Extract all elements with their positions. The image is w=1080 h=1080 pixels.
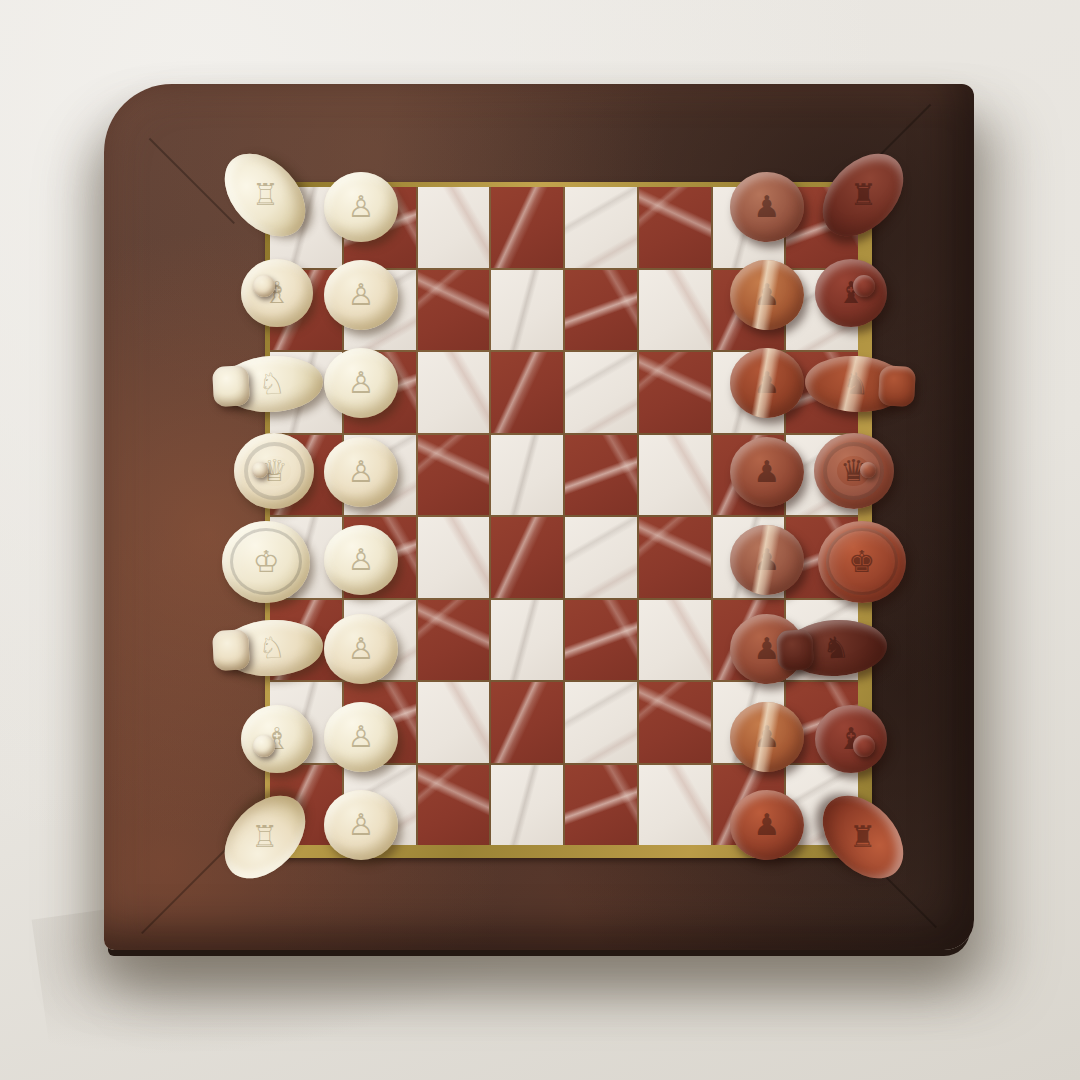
queen-top-knob — [252, 462, 268, 478]
piece-white-queen-d1[interactable]: ♕ — [234, 433, 314, 509]
piece-glyph: ♖ — [251, 822, 278, 852]
bishop-top-knob — [253, 735, 275, 757]
piece-white-pawn-d2[interactable]: ♙ — [324, 437, 398, 507]
piece-glyph: ♙ — [348, 722, 375, 752]
piece-glyph: ♘ — [258, 632, 286, 663]
square-d4[interactable] — [491, 435, 563, 516]
square-h5[interactable] — [565, 765, 637, 846]
square-d3[interactable] — [418, 435, 490, 516]
piece-white-king-e1[interactable]: ♔ — [222, 521, 310, 603]
piece-white-pawn-g2[interactable]: ♙ — [324, 702, 398, 772]
square-f5[interactable] — [565, 600, 637, 681]
piece-red-pawn-a7[interactable]: ♟ — [730, 172, 804, 242]
piece-glyph: ♜ — [850, 822, 877, 852]
piece-glyph: ♟ — [754, 192, 781, 222]
piece-white-bishop-b1[interactable]: ♗ — [241, 259, 313, 327]
knight-head — [877, 366, 915, 408]
square-b3[interactable] — [418, 270, 490, 351]
piece-white-pawn-a2[interactable]: ♙ — [324, 172, 398, 242]
piece-glyph: ♟ — [754, 457, 781, 487]
piece-glyph: ♘ — [258, 369, 286, 400]
square-c5[interactable] — [565, 352, 637, 433]
square-b6[interactable] — [639, 270, 711, 351]
piece-glyph: ♙ — [348, 192, 375, 222]
piece-glyph: ♟ — [754, 545, 781, 575]
piece-glyph: ♖ — [251, 180, 278, 210]
square-e5[interactable] — [565, 517, 637, 598]
piece-glyph: ♙ — [348, 368, 375, 398]
square-a5[interactable] — [565, 187, 637, 268]
piece-glyph: ♟ — [754, 722, 781, 752]
piece-glyph: ♟ — [754, 368, 781, 398]
piece-glyph: ♔ — [253, 547, 280, 577]
piece-red-pawn-c7[interactable]: ♟ — [730, 348, 804, 418]
piece-red-pawn-h7[interactable]: ♟ — [730, 790, 804, 860]
queen-top-knob — [860, 462, 876, 478]
square-e4[interactable] — [491, 517, 563, 598]
knight-head — [212, 629, 250, 671]
square-d5[interactable] — [565, 435, 637, 516]
piece-red-pawn-b7[interactable]: ♟ — [730, 260, 804, 330]
square-b5[interactable] — [565, 270, 637, 351]
piece-glyph: ♚ — [848, 547, 875, 577]
square-e3[interactable] — [418, 517, 490, 598]
bishop-top-knob — [253, 275, 275, 297]
piece-glyph: ♙ — [348, 634, 375, 664]
piece-white-pawn-e2[interactable]: ♙ — [324, 525, 398, 595]
piece-red-queen-d8[interactable]: ♛ — [814, 433, 894, 509]
bishop-top-knob — [853, 735, 875, 757]
square-g5[interactable] — [565, 682, 637, 763]
piece-red-pawn-e7[interactable]: ♟ — [730, 525, 804, 595]
square-h3[interactable] — [418, 765, 490, 846]
piece-white-pawn-b2[interactable]: ♙ — [324, 260, 398, 330]
square-g6[interactable] — [639, 682, 711, 763]
square-e6[interactable] — [639, 517, 711, 598]
piece-glyph: ♙ — [348, 810, 375, 840]
piece-red-pawn-g7[interactable]: ♟ — [730, 702, 804, 772]
chess-board: ♖♗♘♕♔♘♗♖♙♙♙♙♙♙♙♙♟♟♟♟♟♟♟♟♜♝♞♛♚♞♝♜ — [104, 84, 974, 950]
piece-glyph: ♞ — [821, 632, 849, 663]
knight-head — [212, 366, 250, 408]
square-a4[interactable] — [491, 187, 563, 268]
square-f3[interactable] — [418, 600, 490, 681]
piece-red-bishop-g8[interactable]: ♝ — [815, 705, 887, 773]
piece-glyph: ♙ — [348, 457, 375, 487]
photo-background: ♖♗♘♕♔♘♗♖♙♙♙♙♙♙♙♙♟♟♟♟♟♟♟♟♜♝♞♛♚♞♝♜ — [0, 0, 1080, 1080]
square-h6[interactable] — [639, 765, 711, 846]
piece-white-pawn-f2[interactable]: ♙ — [324, 614, 398, 684]
bishop-top-knob — [853, 275, 875, 297]
frame-miter-seam — [149, 138, 235, 224]
square-b4[interactable] — [491, 270, 563, 351]
square-a3[interactable] — [418, 187, 490, 268]
square-h4[interactable] — [491, 765, 563, 846]
piece-red-pawn-d7[interactable]: ♟ — [730, 437, 804, 507]
square-f6[interactable] — [639, 600, 711, 681]
piece-glyph: ♙ — [348, 280, 375, 310]
square-g3[interactable] — [418, 682, 490, 763]
square-d6[interactable] — [639, 435, 711, 516]
square-c3[interactable] — [418, 352, 490, 433]
square-a6[interactable] — [639, 187, 711, 268]
piece-glyph: ♟ — [754, 810, 781, 840]
piece-white-pawn-c2[interactable]: ♙ — [324, 348, 398, 418]
piece-glyph: ♜ — [850, 180, 877, 210]
frame-miter-seam — [141, 848, 227, 934]
piece-glyph: ♙ — [348, 545, 375, 575]
square-c6[interactable] — [639, 352, 711, 433]
piece-glyph: ♟ — [754, 280, 781, 310]
piece-glyph: ♞ — [841, 369, 869, 400]
piece-white-bishop-g1[interactable]: ♗ — [241, 705, 313, 773]
piece-red-bishop-b8[interactable]: ♝ — [815, 259, 887, 327]
piece-white-pawn-h2[interactable]: ♙ — [324, 790, 398, 860]
square-f4[interactable] — [491, 600, 563, 681]
square-c4[interactable] — [491, 352, 563, 433]
knight-head — [776, 629, 814, 671]
square-g4[interactable] — [491, 682, 563, 763]
piece-red-king-e8[interactable]: ♚ — [818, 521, 906, 603]
